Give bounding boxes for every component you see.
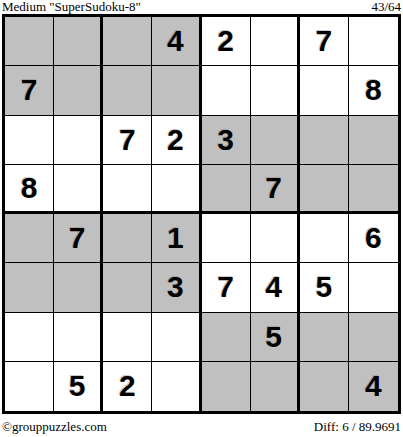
cell-r8c3[interactable]: 2 (103, 362, 152, 411)
cell-r1c6[interactable] (251, 17, 300, 66)
cell-r3c2[interactable] (54, 116, 103, 165)
cell-r7c8[interactable] (349, 313, 398, 362)
cell-r6c7[interactable]: 5 (300, 263, 349, 312)
cell-r6c2[interactable] (54, 263, 103, 312)
cell-r1c2[interactable] (54, 17, 103, 66)
cell-r5c7[interactable] (300, 214, 349, 263)
board: 427787238771637455524 (2, 14, 401, 414)
cell-r3c5[interactable]: 3 (202, 116, 251, 165)
cell-r4c8[interactable] (349, 165, 398, 214)
cell-r5c1[interactable] (5, 214, 54, 263)
cell-r4c2[interactable] (54, 165, 103, 214)
cell-r1c7[interactable]: 7 (300, 17, 349, 66)
cell-r5c6[interactable] (251, 214, 300, 263)
cell-r4c4[interactable] (152, 165, 201, 214)
cell-r5c3[interactable] (103, 214, 152, 263)
cell-r7c7[interactable] (300, 313, 349, 362)
cell-r6c6[interactable]: 4 (251, 263, 300, 312)
cell-r2c2[interactable] (54, 66, 103, 115)
cell-r1c3[interactable] (103, 17, 152, 66)
cell-r6c4[interactable]: 3 (152, 263, 201, 312)
cell-r6c3[interactable] (103, 263, 152, 312)
cell-r7c6[interactable]: 5 (251, 313, 300, 362)
cell-r8c5[interactable] (202, 362, 251, 411)
cell-r2c1[interactable]: 7 (5, 66, 54, 115)
empty-cell-counter: 43/64 (371, 0, 401, 13)
cell-r3c1[interactable] (5, 116, 54, 165)
cell-r4c7[interactable] (300, 165, 349, 214)
cell-r3c4[interactable]: 2 (152, 116, 201, 165)
cell-r4c6[interactable]: 7 (251, 165, 300, 214)
cell-r7c5[interactable] (202, 313, 251, 362)
cell-r8c8[interactable]: 4 (349, 362, 398, 411)
cell-r5c5[interactable] (202, 214, 251, 263)
cell-r8c4[interactable] (152, 362, 201, 411)
cell-r1c8[interactable] (349, 17, 398, 66)
cell-r4c3[interactable] (103, 165, 152, 214)
cell-r3c3[interactable]: 7 (103, 116, 152, 165)
cell-r3c8[interactable] (349, 116, 398, 165)
cell-r3c7[interactable] (300, 116, 349, 165)
cell-r6c8[interactable] (349, 263, 398, 312)
cell-r2c7[interactable] (300, 66, 349, 115)
header-bar: Medium "SuperSudoku-8" 43/64 (2, 0, 401, 14)
cell-r1c1[interactable] (5, 17, 54, 66)
cell-r5c4[interactable]: 1 (152, 214, 201, 263)
cell-r1c4[interactable]: 4 (152, 17, 201, 66)
cell-r2c5[interactable] (202, 66, 251, 115)
cell-r1c5[interactable]: 2 (202, 17, 251, 66)
cell-r2c3[interactable] (103, 66, 152, 115)
cell-r5c2[interactable]: 7 (54, 214, 103, 263)
cell-r2c6[interactable] (251, 66, 300, 115)
cell-r8c1[interactable] (5, 362, 54, 411)
cell-r8c2[interactable]: 5 (54, 362, 103, 411)
puzzle-title: Medium "SuperSudoku-8" (2, 0, 141, 13)
cell-r5c8[interactable]: 6 (349, 214, 398, 263)
cell-r7c3[interactable] (103, 313, 152, 362)
cell-r8c7[interactable] (300, 362, 349, 411)
cell-r3c6[interactable] (251, 116, 300, 165)
cell-r8c6[interactable] (251, 362, 300, 411)
cell-r7c1[interactable] (5, 313, 54, 362)
difficulty-text: Diff: 6 / 89.9691 (314, 420, 401, 434)
cell-r7c2[interactable] (54, 313, 103, 362)
cell-r4c1[interactable]: 8 (5, 165, 54, 214)
cell-r7c4[interactable] (152, 313, 201, 362)
footer-bar: ©grouppuzzles.com Diff: 6 / 89.9691 (2, 419, 401, 434)
cell-r2c4[interactable] (152, 66, 201, 115)
copyright-text: ©grouppuzzles.com (2, 420, 107, 434)
cell-r6c5[interactable]: 7 (202, 263, 251, 312)
cell-r6c1[interactable] (5, 263, 54, 312)
cell-r2c8[interactable]: 8 (349, 66, 398, 115)
cell-r4c5[interactable] (202, 165, 251, 214)
